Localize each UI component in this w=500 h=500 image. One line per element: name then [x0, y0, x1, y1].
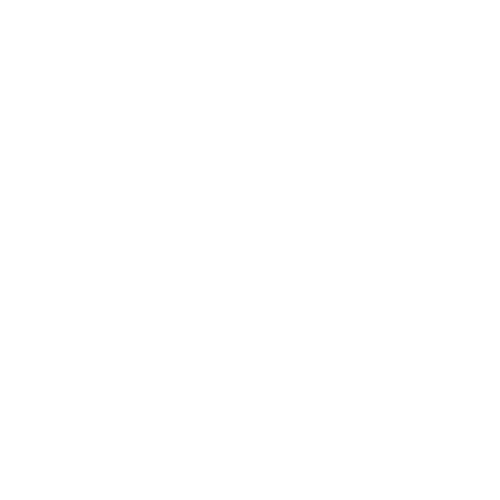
gem-tray-photo-page — [0, 0, 500, 500]
